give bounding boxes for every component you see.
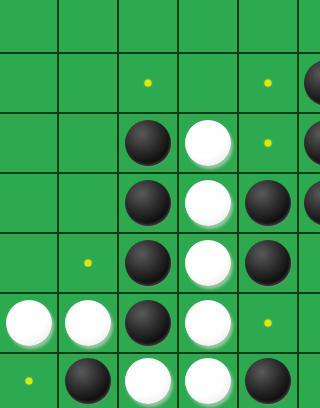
board-cell[interactable]	[119, 234, 179, 294]
board-cell[interactable]	[239, 174, 299, 234]
disc-white	[65, 300, 111, 346]
legal-move-dot	[265, 320, 272, 327]
board-cell[interactable]	[119, 174, 179, 234]
board-cell[interactable]	[119, 354, 179, 408]
board-cell[interactable]	[0, 54, 59, 114]
board-cell[interactable]	[0, 0, 59, 54]
board-cell[interactable]	[299, 174, 320, 234]
game-screenshot	[0, 0, 320, 408]
board-cell[interactable]	[179, 354, 239, 408]
board-cell[interactable]	[0, 234, 59, 294]
disc-black	[304, 120, 320, 166]
board-cell[interactable]	[239, 294, 299, 354]
legal-move-dot	[145, 80, 152, 87]
board-cell[interactable]	[119, 54, 179, 114]
disc-white	[125, 358, 171, 404]
disc-white	[185, 300, 231, 346]
board-cell[interactable]	[59, 0, 119, 54]
board	[0, 0, 320, 408]
disc-black	[245, 180, 291, 226]
board-cell[interactable]	[0, 114, 59, 174]
legal-move-dot	[85, 260, 92, 267]
disc-black	[245, 358, 291, 404]
disc-black	[125, 240, 171, 286]
disc-white	[185, 120, 231, 166]
board-cell[interactable]	[0, 294, 59, 354]
board-cell[interactable]	[119, 114, 179, 174]
board-cell[interactable]	[299, 294, 320, 354]
board-cell[interactable]	[59, 294, 119, 354]
board-cell[interactable]	[179, 0, 239, 54]
disc-black	[125, 120, 171, 166]
board-cell[interactable]	[59, 114, 119, 174]
board-cell[interactable]	[0, 354, 59, 408]
board-cell[interactable]	[239, 0, 299, 54]
board-cell[interactable]	[239, 234, 299, 294]
board-cell[interactable]	[179, 174, 239, 234]
disc-black	[65, 358, 111, 404]
board-cell[interactable]	[59, 174, 119, 234]
board-cell[interactable]	[179, 114, 239, 174]
board-cell[interactable]	[299, 354, 320, 408]
disc-black	[125, 180, 171, 226]
disc-white	[185, 240, 231, 286]
board-cell[interactable]	[119, 0, 179, 54]
legal-move-dot	[265, 140, 272, 147]
board-cell[interactable]	[299, 114, 320, 174]
board-cell[interactable]	[179, 54, 239, 114]
board-cell[interactable]	[179, 234, 239, 294]
board-cell[interactable]	[239, 54, 299, 114]
board-cell[interactable]	[299, 0, 320, 54]
legal-move-dot	[265, 80, 272, 87]
board-cell[interactable]	[119, 294, 179, 354]
disc-black	[304, 180, 320, 226]
disc-white	[185, 180, 231, 226]
board-cell[interactable]	[239, 354, 299, 408]
disc-white	[185, 358, 231, 404]
board-cell[interactable]	[299, 54, 320, 114]
board-cell[interactable]	[59, 54, 119, 114]
board-cell[interactable]	[179, 294, 239, 354]
disc-white	[6, 300, 52, 346]
board-cell[interactable]	[59, 234, 119, 294]
disc-black	[125, 300, 171, 346]
board-cell[interactable]	[0, 174, 59, 234]
legal-move-dot	[25, 378, 32, 385]
disc-black	[304, 60, 320, 106]
board-cell[interactable]	[299, 234, 320, 294]
board-cell[interactable]	[59, 354, 119, 408]
board-cell[interactable]	[239, 114, 299, 174]
disc-black	[245, 240, 291, 286]
